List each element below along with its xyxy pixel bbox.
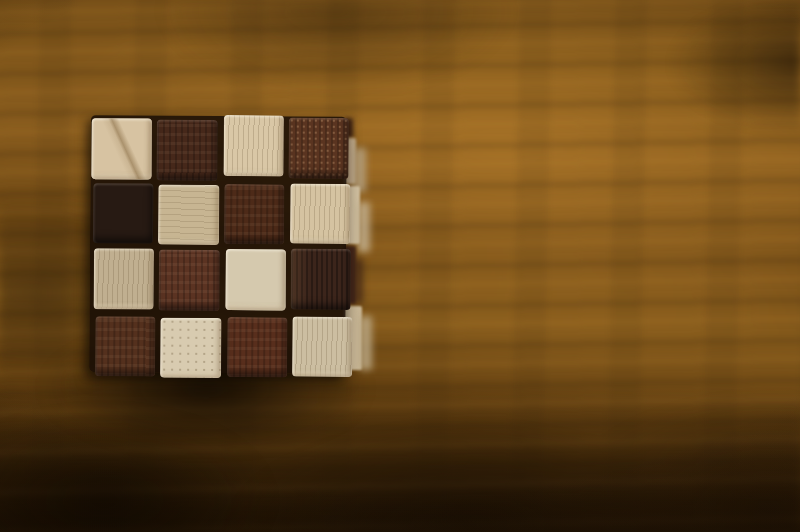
block-r3c3 (225, 249, 286, 310)
block-r1c3 (223, 115, 284, 176)
block-r4c1 (95, 316, 156, 377)
block-r1c2 (157, 120, 218, 181)
block-r1c4 (288, 117, 349, 178)
side-sliver-s4b (360, 316, 372, 370)
block-r4c2 (160, 317, 221, 378)
side-sliver-s3b (354, 258, 363, 304)
block-r2c2 (158, 184, 219, 245)
block-r4c4 (292, 316, 353, 377)
block-r3c4 (290, 249, 351, 310)
photo-canvas (0, 0, 800, 532)
block-r3c2 (159, 250, 220, 311)
block-r2c4 (290, 183, 351, 244)
block-r2c3 (224, 184, 285, 245)
block-r1c1 (91, 118, 152, 179)
block-r2c1 (93, 183, 154, 244)
block-r3c1 (94, 248, 155, 309)
side-sliver-s2b (358, 202, 370, 252)
cube-face (89, 115, 347, 374)
cube-shadow-lower (0, 400, 320, 532)
block-r4c3 (227, 317, 288, 378)
